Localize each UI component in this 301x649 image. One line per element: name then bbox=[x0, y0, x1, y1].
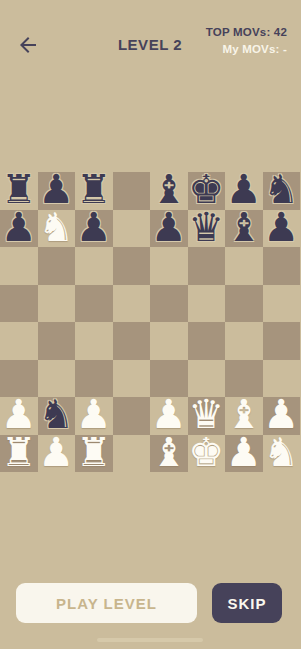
piece-black-queen: ♛ bbox=[188, 209, 224, 247]
piece-white-rook: ♜ bbox=[76, 434, 112, 472]
piece-black-pawn: ♟ bbox=[263, 209, 299, 247]
app-screen: LEVEL 2 TOP MOVs: 42 My MOVs: - ♜♟♜♝♚♟♞♟… bbox=[0, 0, 300, 649]
top-movs-label: TOP MOVs: 42 bbox=[206, 24, 287, 41]
chess-board: ♜♟♜♝♚♟♞♟♞♟♟♛♝♟♟♞♟♟♛♝♟♜♟♜♝♚♟♞ bbox=[0, 172, 300, 472]
square-h7[interactable]: ♟ bbox=[263, 210, 301, 248]
square-c4[interactable] bbox=[75, 322, 113, 360]
square-e6[interactable] bbox=[150, 247, 188, 285]
skip-button[interactable]: SKIP bbox=[212, 583, 282, 623]
square-e1[interactable]: ♝ bbox=[150, 435, 188, 473]
piece-white-bishop: ♝ bbox=[151, 434, 187, 472]
square-d5[interactable] bbox=[113, 285, 151, 323]
square-a7[interactable]: ♟ bbox=[0, 210, 38, 248]
square-f6[interactable] bbox=[188, 247, 226, 285]
square-b1[interactable]: ♟ bbox=[38, 435, 76, 473]
square-h6[interactable] bbox=[263, 247, 301, 285]
square-f7[interactable]: ♛ bbox=[188, 210, 226, 248]
square-c5[interactable] bbox=[75, 285, 113, 323]
square-f5[interactable] bbox=[188, 285, 226, 323]
square-f4[interactable] bbox=[188, 322, 226, 360]
square-a1[interactable]: ♜ bbox=[0, 435, 38, 473]
square-d7[interactable] bbox=[113, 210, 151, 248]
square-g5[interactable] bbox=[225, 285, 263, 323]
square-d6[interactable] bbox=[113, 247, 151, 285]
square-e5[interactable] bbox=[150, 285, 188, 323]
piece-black-pawn: ♟ bbox=[151, 209, 187, 247]
square-d1[interactable] bbox=[113, 435, 151, 473]
piece-black-pawn: ♟ bbox=[76, 209, 112, 247]
square-g1[interactable]: ♟ bbox=[225, 435, 263, 473]
piece-white-knight: ♞ bbox=[263, 434, 299, 472]
square-a5[interactable] bbox=[0, 285, 38, 323]
square-a6[interactable] bbox=[0, 247, 38, 285]
square-d3[interactable] bbox=[113, 360, 151, 398]
piece-black-pawn: ♟ bbox=[1, 209, 37, 247]
square-b6[interactable] bbox=[38, 247, 76, 285]
square-f1[interactable]: ♚ bbox=[188, 435, 226, 473]
square-d4[interactable] bbox=[113, 322, 151, 360]
home-indicator bbox=[97, 638, 203, 642]
square-b4[interactable] bbox=[38, 322, 76, 360]
square-b5[interactable] bbox=[38, 285, 76, 323]
header: LEVEL 2 TOP MOVs: 42 My MOVs: - bbox=[0, 0, 300, 70]
square-g4[interactable] bbox=[225, 322, 263, 360]
piece-white-pawn: ♟ bbox=[226, 434, 262, 472]
piece-white-king: ♚ bbox=[188, 434, 224, 472]
piece-white-knight: ♞ bbox=[38, 209, 74, 247]
square-d2[interactable] bbox=[113, 397, 151, 435]
square-b7[interactable]: ♞ bbox=[38, 210, 76, 248]
square-e7[interactable]: ♟ bbox=[150, 210, 188, 248]
piece-black-bishop: ♝ bbox=[226, 209, 262, 247]
square-h5[interactable] bbox=[263, 285, 301, 323]
square-d8[interactable] bbox=[113, 172, 151, 210]
square-h4[interactable] bbox=[263, 322, 301, 360]
move-stats: TOP MOVs: 42 My MOVs: - bbox=[206, 24, 287, 58]
square-g6[interactable] bbox=[225, 247, 263, 285]
square-c7[interactable]: ♟ bbox=[75, 210, 113, 248]
square-c1[interactable]: ♜ bbox=[75, 435, 113, 473]
play-level-button[interactable]: PLAY LEVEL bbox=[16, 583, 197, 623]
square-h1[interactable]: ♞ bbox=[263, 435, 301, 473]
square-a4[interactable] bbox=[0, 322, 38, 360]
piece-white-pawn: ♟ bbox=[38, 434, 74, 472]
square-c6[interactable] bbox=[75, 247, 113, 285]
square-g7[interactable]: ♝ bbox=[225, 210, 263, 248]
my-movs-label: My MOVs: - bbox=[206, 41, 287, 58]
square-e4[interactable] bbox=[150, 322, 188, 360]
piece-white-rook: ♜ bbox=[1, 434, 37, 472]
